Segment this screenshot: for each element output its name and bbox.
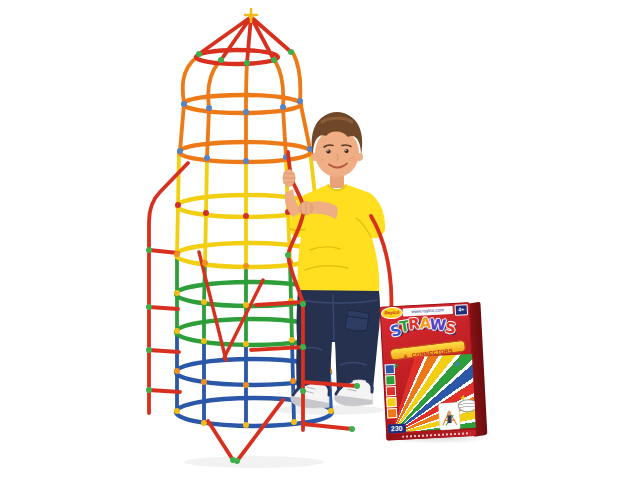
title-letter: R (408, 315, 420, 334)
product-box-front: Roylco www.roylco.com 4+ STRAWS & CONNEC… (380, 302, 477, 441)
star-connector-icon: ✚ (399, 404, 404, 411)
star-connector-icon: ✚ (454, 361, 460, 368)
photo-illustration (0, 0, 640, 480)
color-swatch-blue (385, 364, 396, 375)
title-letter: S (444, 318, 457, 337)
straw-fan-art (390, 354, 476, 432)
piece-count-badge: 230 (388, 424, 406, 434)
floor-shadow (184, 456, 324, 468)
color-swatch-green (385, 375, 396, 386)
cargo-pocket (345, 310, 369, 331)
bottom-banner-text-art (402, 432, 470, 438)
award-badge (457, 399, 476, 413)
product-box: Roylco www.roylco.com 4+ STRAWS & CONNEC… (380, 301, 488, 442)
product-photo-scene: Roylco www.roylco.com 4+ STRAWS & CONNEC… (0, 0, 640, 480)
kid-photo-thumbnail (439, 403, 460, 430)
box-title: STRAWS (380, 315, 465, 337)
color-swatch-yellow (386, 397, 397, 408)
color-swatch-red (386, 386, 397, 397)
color-swatch-orange (387, 408, 398, 419)
boy-ear-left (311, 153, 319, 161)
boy-pants (296, 290, 380, 393)
boy-face (315, 129, 359, 177)
age-badge: 4+ (455, 304, 469, 316)
